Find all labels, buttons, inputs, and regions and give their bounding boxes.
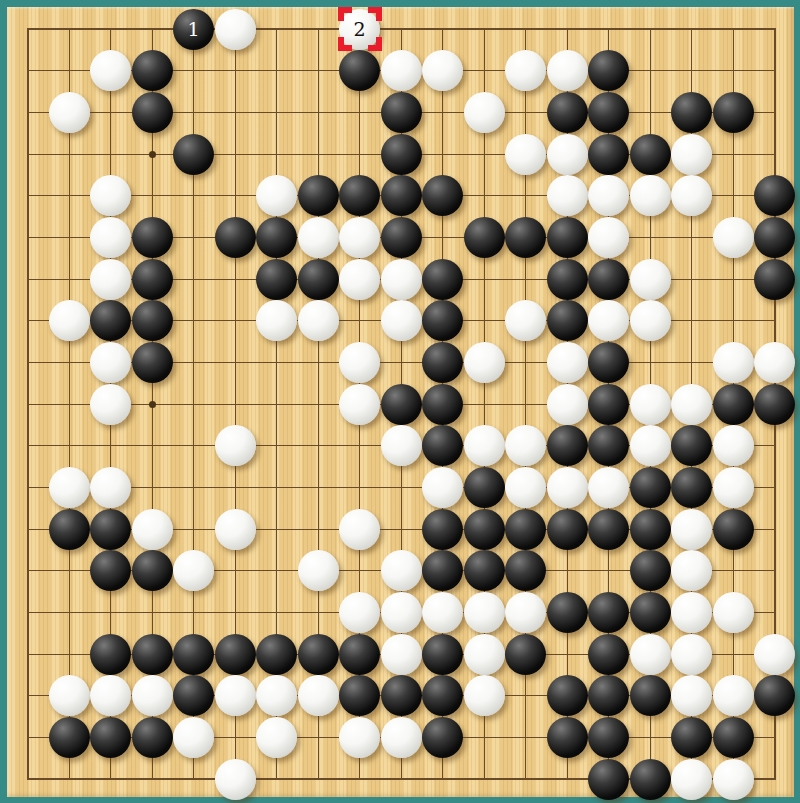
- stone-white[interactable]: [547, 50, 588, 91]
- stone-white[interactable]: [671, 134, 712, 175]
- stone-white[interactable]: [173, 550, 214, 591]
- stone-black[interactable]: [547, 592, 588, 633]
- stone-black[interactable]: [173, 134, 214, 175]
- stone-black[interactable]: [754, 384, 795, 425]
- stone-black[interactable]: [754, 675, 795, 716]
- stone-white[interactable]: [630, 300, 671, 341]
- stone-black[interactable]: [505, 217, 546, 258]
- stone-black[interactable]: [422, 175, 463, 216]
- stone-black[interactable]: [49, 509, 90, 550]
- stone-black[interactable]: [132, 300, 173, 341]
- stone-white[interactable]: [505, 592, 546, 633]
- stone-black[interactable]: [630, 675, 671, 716]
- stone-white[interactable]: [588, 217, 629, 258]
- stone-white[interactable]: [422, 50, 463, 91]
- stone-white[interactable]: [298, 217, 339, 258]
- stone-black[interactable]: [173, 634, 214, 675]
- stone-black[interactable]: [754, 175, 795, 216]
- stone-white[interactable]: [339, 217, 380, 258]
- stone-black[interactable]: [630, 592, 671, 633]
- stone-white[interactable]: [505, 134, 546, 175]
- stone-black[interactable]: [588, 675, 629, 716]
- stone-black[interactable]: [464, 467, 505, 508]
- stone-black[interactable]: [90, 634, 131, 675]
- stone-white[interactable]: [339, 717, 380, 758]
- stone-white[interactable]: [132, 509, 173, 550]
- stone-black[interactable]: [588, 259, 629, 300]
- stone-black[interactable]: [505, 550, 546, 591]
- stone-black[interactable]: [671, 425, 712, 466]
- stone-white[interactable]: [547, 175, 588, 216]
- stone-black[interactable]: [671, 717, 712, 758]
- stone-white[interactable]: [381, 717, 422, 758]
- stone-white[interactable]: [49, 300, 90, 341]
- stone-black[interactable]: [588, 634, 629, 675]
- stone-white[interactable]: [173, 717, 214, 758]
- stone-black[interactable]: [132, 342, 173, 383]
- stone-white[interactable]: [547, 384, 588, 425]
- stone-white[interactable]: [671, 675, 712, 716]
- stone-black[interactable]: [298, 634, 339, 675]
- stone-black[interactable]: [588, 134, 629, 175]
- stone-white[interactable]: [90, 259, 131, 300]
- stone-black[interactable]: [547, 92, 588, 133]
- stone-black[interactable]: [630, 134, 671, 175]
- stone-white[interactable]: [215, 759, 256, 800]
- stone-black[interactable]: [339, 675, 380, 716]
- stone-black[interactable]: [588, 384, 629, 425]
- stone-white[interactable]: [713, 342, 754, 383]
- stone-white[interactable]: [671, 592, 712, 633]
- stone-white[interactable]: [90, 175, 131, 216]
- stone-black[interactable]: [588, 592, 629, 633]
- stone-black[interactable]: [422, 550, 463, 591]
- stone-black[interactable]: [713, 92, 754, 133]
- stone-white[interactable]: [90, 675, 131, 716]
- stone-white[interactable]: [90, 342, 131, 383]
- stone-white[interactable]: [49, 675, 90, 716]
- stone-white[interactable]: [588, 175, 629, 216]
- stone-black[interactable]: [422, 717, 463, 758]
- go-board[interactable]: 12: [7, 7, 794, 797]
- stone-white[interactable]: [713, 425, 754, 466]
- stone-black[interactable]: [547, 509, 588, 550]
- stone-white[interactable]: [713, 675, 754, 716]
- stone-black[interactable]: [422, 634, 463, 675]
- stone-black[interactable]: [298, 175, 339, 216]
- stone-black[interactable]: [713, 717, 754, 758]
- stone-black[interactable]: [381, 384, 422, 425]
- stone-white[interactable]: [256, 300, 297, 341]
- stone-white[interactable]: [505, 300, 546, 341]
- stone-white[interactable]: [464, 675, 505, 716]
- stone-white[interactable]: [464, 342, 505, 383]
- stone-black[interactable]: [630, 467, 671, 508]
- stone-white[interactable]: [713, 592, 754, 633]
- stone-white[interactable]: [339, 384, 380, 425]
- stone-white[interactable]: [630, 175, 671, 216]
- stone-black[interactable]: [547, 717, 588, 758]
- stone-black[interactable]: [298, 259, 339, 300]
- stone-white[interactable]: [505, 425, 546, 466]
- stone-black[interactable]: [588, 92, 629, 133]
- stone-black[interactable]: [422, 259, 463, 300]
- stone-black[interactable]: [713, 384, 754, 425]
- stone-white[interactable]: [298, 675, 339, 716]
- stone-white[interactable]: [630, 425, 671, 466]
- stone-white[interactable]: [588, 300, 629, 341]
- stone-white[interactable]: [339, 342, 380, 383]
- stone-black[interactable]: [505, 509, 546, 550]
- stone-white[interactable]: [422, 467, 463, 508]
- stone-white[interactable]: [381, 425, 422, 466]
- stone-white[interactable]: [671, 175, 712, 216]
- stone-black[interactable]: [381, 217, 422, 258]
- stone-white[interactable]: [547, 342, 588, 383]
- stone-white[interactable]: [381, 634, 422, 675]
- move-number-label: 1: [187, 20, 199, 39]
- stone-white[interactable]: [547, 134, 588, 175]
- stone-white[interactable]: [671, 634, 712, 675]
- stone-white[interactable]: [215, 509, 256, 550]
- stone-white[interactable]: [713, 217, 754, 258]
- stone-white[interactable]: [381, 300, 422, 341]
- stone-white[interactable]: [215, 425, 256, 466]
- stone-black[interactable]: [256, 634, 297, 675]
- stone-white[interactable]: [630, 634, 671, 675]
- stone-black[interactable]: [547, 425, 588, 466]
- stone-white[interactable]: 2: [339, 9, 380, 50]
- stone-black[interactable]: [547, 675, 588, 716]
- go-app-window: 12: [0, 0, 800, 803]
- stone-black[interactable]: [256, 217, 297, 258]
- stone-white[interactable]: [256, 717, 297, 758]
- stone-white[interactable]: [671, 550, 712, 591]
- stone-black[interactable]: [505, 634, 546, 675]
- stone-black[interactable]: [630, 509, 671, 550]
- stone-black[interactable]: [422, 675, 463, 716]
- stone-black[interactable]: [132, 550, 173, 591]
- stone-black[interactable]: [754, 217, 795, 258]
- stone-black[interactable]: [132, 50, 173, 91]
- stone-black[interactable]: [90, 509, 131, 550]
- stone-white[interactable]: [90, 217, 131, 258]
- stone-white[interactable]: [630, 384, 671, 425]
- stone-black[interactable]: [173, 675, 214, 716]
- stone-white[interactable]: [754, 342, 795, 383]
- stone-white[interactable]: [630, 259, 671, 300]
- stone-white[interactable]: [339, 259, 380, 300]
- stone-white[interactable]: [90, 384, 131, 425]
- stone-white[interactable]: [505, 467, 546, 508]
- stone-black[interactable]: [339, 634, 380, 675]
- stone-black[interactable]: [422, 384, 463, 425]
- stone-black[interactable]: [381, 134, 422, 175]
- stone-black[interactable]: [588, 717, 629, 758]
- stone-black[interactable]: [90, 550, 131, 591]
- stone-white[interactable]: [671, 384, 712, 425]
- stone-black[interactable]: [132, 92, 173, 133]
- stone-black[interactable]: [588, 425, 629, 466]
- stone-white[interactable]: [671, 759, 712, 800]
- stone-white[interactable]: [215, 9, 256, 50]
- stone-black[interactable]: [754, 259, 795, 300]
- stone-black[interactable]: [256, 259, 297, 300]
- stone-white[interactable]: [464, 425, 505, 466]
- stone-white[interactable]: [90, 50, 131, 91]
- stone-black[interactable]: [630, 550, 671, 591]
- stone-white[interactable]: [339, 509, 380, 550]
- stone-white[interactable]: [381, 592, 422, 633]
- stone-black[interactable]: [547, 259, 588, 300]
- star-point: [149, 401, 156, 408]
- stone-white[interactable]: [49, 467, 90, 508]
- stone-black[interactable]: [381, 175, 422, 216]
- stone-white[interactable]: [90, 467, 131, 508]
- stone-black[interactable]: [588, 342, 629, 383]
- stone-white[interactable]: [588, 467, 629, 508]
- stone-black[interactable]: [381, 675, 422, 716]
- stone-black[interactable]: [339, 175, 380, 216]
- stone-white[interactable]: [381, 550, 422, 591]
- stone-black[interactable]: [132, 217, 173, 258]
- stone-white[interactable]: [298, 300, 339, 341]
- stone-white[interactable]: [256, 675, 297, 716]
- stone-white[interactable]: [339, 592, 380, 633]
- stone-white[interactable]: [298, 550, 339, 591]
- star-point: [149, 151, 156, 158]
- stone-black[interactable]: [422, 509, 463, 550]
- stone-black[interactable]: [215, 217, 256, 258]
- stone-black[interactable]: [215, 634, 256, 675]
- stone-white[interactable]: [256, 175, 297, 216]
- stone-white[interactable]: [132, 675, 173, 716]
- stone-white[interactable]: [381, 259, 422, 300]
- stone-white[interactable]: [713, 467, 754, 508]
- stone-black[interactable]: [464, 550, 505, 591]
- stone-white[interactable]: [464, 634, 505, 675]
- stone-black[interactable]: [339, 50, 380, 91]
- stone-white[interactable]: [422, 592, 463, 633]
- stone-black[interactable]: [381, 92, 422, 133]
- stone-black[interactable]: [90, 300, 131, 341]
- stone-black[interactable]: [132, 634, 173, 675]
- stone-black[interactable]: [90, 717, 131, 758]
- stone-black[interactable]: [630, 759, 671, 800]
- stone-black[interactable]: [49, 717, 90, 758]
- stone-black[interactable]: [588, 50, 629, 91]
- stone-black[interactable]: [132, 259, 173, 300]
- stone-black[interactable]: [422, 300, 463, 341]
- stone-black[interactable]: [132, 717, 173, 758]
- stone-black[interactable]: [588, 759, 629, 800]
- stone-white[interactable]: [215, 675, 256, 716]
- stone-black[interactable]: 1: [173, 9, 214, 50]
- stone-white[interactable]: [381, 50, 422, 91]
- stone-white[interactable]: [547, 467, 588, 508]
- stone-white[interactable]: [671, 509, 712, 550]
- move-number-label: 2: [353, 20, 365, 39]
- stone-white[interactable]: [713, 759, 754, 800]
- stone-white[interactable]: [49, 92, 90, 133]
- stone-black[interactable]: [547, 217, 588, 258]
- stone-black[interactable]: [422, 425, 463, 466]
- stone-white[interactable]: [754, 634, 795, 675]
- stone-white[interactable]: [505, 50, 546, 91]
- stone-black[interactable]: [464, 217, 505, 258]
- stone-white[interactable]: [464, 92, 505, 133]
- stone-white[interactable]: [464, 592, 505, 633]
- stone-black[interactable]: [464, 509, 505, 550]
- stone-black[interactable]: [671, 92, 712, 133]
- stone-black[interactable]: [713, 509, 754, 550]
- stone-black[interactable]: [547, 300, 588, 341]
- stone-black[interactable]: [422, 342, 463, 383]
- stone-black[interactable]: [671, 467, 712, 508]
- stone-black[interactable]: [588, 509, 629, 550]
